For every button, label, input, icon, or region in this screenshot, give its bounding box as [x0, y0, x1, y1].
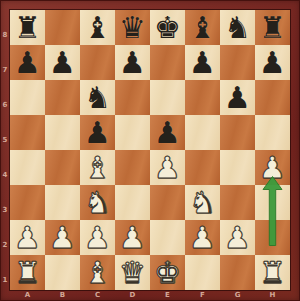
rank-label-6: 6 — [0, 100, 10, 110]
square-f5[interactable] — [185, 115, 220, 150]
square-d7[interactable]: ♟ — [115, 45, 150, 80]
square-h5[interactable] — [255, 115, 290, 150]
white-pawn-h4[interactable]: ♟ — [255, 150, 290, 185]
file-label-e: E — [150, 291, 185, 300]
square-f3[interactable]: ♞ — [185, 185, 220, 220]
square-a6[interactable] — [10, 80, 45, 115]
black-pawn-d7[interactable]: ♟ — [115, 45, 150, 80]
square-b6[interactable] — [45, 80, 80, 115]
square-e8[interactable]: ♚ — [150, 10, 185, 45]
rank-label-5: 5 — [0, 135, 10, 145]
white-bishop-c4[interactable]: ♝ — [80, 150, 115, 185]
white-bishop-c1[interactable]: ♝ — [80, 255, 115, 290]
square-g1[interactable] — [220, 255, 255, 290]
white-rook-h1[interactable]: ♜ — [255, 255, 290, 290]
rank-label-7: 7 — [0, 65, 10, 75]
black-pawn-h7[interactable]: ♟ — [255, 45, 290, 80]
square-c8[interactable]: ♝ — [80, 10, 115, 45]
black-pawn-c5[interactable]: ♟ — [80, 115, 115, 150]
square-h4[interactable]: ♟ — [255, 150, 290, 185]
black-knight-g8[interactable]: ♞ — [220, 10, 255, 45]
square-c5[interactable]: ♟ — [80, 115, 115, 150]
square-g7[interactable] — [220, 45, 255, 80]
black-queen-d8[interactable]: ♛ — [115, 10, 150, 45]
square-d1[interactable]: ♛ — [115, 255, 150, 290]
white-pawn-c2[interactable]: ♟ — [80, 220, 115, 255]
square-f1[interactable] — [185, 255, 220, 290]
square-c4[interactable]: ♝ — [80, 150, 115, 185]
black-bishop-f8[interactable]: ♝ — [185, 10, 220, 45]
rank-label-1: 1 — [0, 275, 10, 285]
square-d2[interactable]: ♟ — [115, 220, 150, 255]
black-pawn-g6[interactable]: ♟ — [220, 80, 255, 115]
square-a3[interactable] — [10, 185, 45, 220]
white-pawn-b2[interactable]: ♟ — [45, 220, 80, 255]
square-h1[interactable]: ♜ — [255, 255, 290, 290]
black-rook-h8[interactable]: ♜ — [255, 10, 290, 45]
square-g4[interactable] — [220, 150, 255, 185]
white-pawn-d2[interactable]: ♟ — [115, 220, 150, 255]
square-a7[interactable]: ♟ — [10, 45, 45, 80]
square-g8[interactable]: ♞ — [220, 10, 255, 45]
square-h6[interactable] — [255, 80, 290, 115]
file-label-h: H — [255, 291, 290, 300]
square-c1[interactable]: ♝ — [80, 255, 115, 290]
square-d3[interactable] — [115, 185, 150, 220]
black-pawn-a7[interactable]: ♟ — [10, 45, 45, 80]
square-f2[interactable]: ♟ — [185, 220, 220, 255]
black-pawn-e5[interactable]: ♟ — [150, 115, 185, 150]
square-g3[interactable] — [220, 185, 255, 220]
square-a2[interactable]: ♟ — [10, 220, 45, 255]
square-c6[interactable]: ♞ — [80, 80, 115, 115]
square-d4[interactable] — [115, 150, 150, 185]
square-h2[interactable] — [255, 220, 290, 255]
square-e2[interactable] — [150, 220, 185, 255]
black-pawn-b7[interactable]: ♟ — [45, 45, 80, 80]
square-b3[interactable] — [45, 185, 80, 220]
square-e6[interactable] — [150, 80, 185, 115]
square-e5[interactable]: ♟ — [150, 115, 185, 150]
square-e4[interactable]: ♟ — [150, 150, 185, 185]
white-pawn-f2[interactable]: ♟ — [185, 220, 220, 255]
square-e1[interactable]: ♚ — [150, 255, 185, 290]
square-c2[interactable]: ♟ — [80, 220, 115, 255]
file-label-a: A — [10, 291, 45, 300]
file-label-f: F — [185, 291, 220, 300]
black-pawn-f7[interactable]: ♟ — [185, 45, 220, 80]
square-g2[interactable]: ♟ — [220, 220, 255, 255]
file-label-g: G — [220, 291, 255, 300]
black-rook-a8[interactable]: ♜ — [10, 10, 45, 45]
square-h3[interactable] — [255, 185, 290, 220]
chess-diagram: ♜♝♛♚♝♞♜♟♟♟♟♟♞♟♟♟♝♟♟♞♞♟♟♟♟♟♟♜♝♛♚♜ 8765432… — [0, 0, 300, 301]
square-a1[interactable]: ♜ — [10, 255, 45, 290]
white-pawn-e4[interactable]: ♟ — [150, 150, 185, 185]
square-h8[interactable]: ♜ — [255, 10, 290, 45]
black-bishop-c8[interactable]: ♝ — [80, 10, 115, 45]
white-pawn-g2[interactable]: ♟ — [220, 220, 255, 255]
square-e7[interactable] — [150, 45, 185, 80]
rank-label-8: 8 — [0, 30, 10, 40]
square-f8[interactable]: ♝ — [185, 10, 220, 45]
square-d6[interactable] — [115, 80, 150, 115]
square-g6[interactable]: ♟ — [220, 80, 255, 115]
square-h7[interactable]: ♟ — [255, 45, 290, 80]
square-a5[interactable] — [10, 115, 45, 150]
black-knight-c6[interactable]: ♞ — [80, 80, 115, 115]
file-label-b: B — [45, 291, 80, 300]
square-c3[interactable]: ♞ — [80, 185, 115, 220]
square-f4[interactable] — [185, 150, 220, 185]
file-label-c: C — [80, 291, 115, 300]
square-g5[interactable] — [220, 115, 255, 150]
white-queen-d1[interactable]: ♛ — [115, 255, 150, 290]
rank-label-2: 2 — [0, 240, 10, 250]
square-b2[interactable]: ♟ — [45, 220, 80, 255]
square-f6[interactable] — [185, 80, 220, 115]
square-b4[interactable] — [45, 150, 80, 185]
white-knight-c3[interactable]: ♞ — [80, 185, 115, 220]
white-pawn-a2[interactable]: ♟ — [10, 220, 45, 255]
square-b1[interactable] — [45, 255, 80, 290]
white-king-e1[interactable]: ♚ — [150, 255, 185, 290]
square-e3[interactable] — [150, 185, 185, 220]
white-rook-a1[interactable]: ♜ — [10, 255, 45, 290]
chess-board: ♜♝♛♚♝♞♜♟♟♟♟♟♞♟♟♟♝♟♟♞♞♟♟♟♟♟♟♜♝♛♚♜ — [10, 10, 290, 290]
square-f7[interactable]: ♟ — [185, 45, 220, 80]
square-a8[interactable]: ♜ — [10, 10, 45, 45]
square-c7[interactable] — [80, 45, 115, 80]
square-b7[interactable]: ♟ — [45, 45, 80, 80]
rank-label-3: 3 — [0, 205, 10, 215]
square-b5[interactable] — [45, 115, 80, 150]
file-label-d: D — [115, 291, 150, 300]
black-king-e8[interactable]: ♚ — [150, 10, 185, 45]
rank-label-4: 4 — [0, 170, 10, 180]
square-d8[interactable]: ♛ — [115, 10, 150, 45]
square-a4[interactable] — [10, 150, 45, 185]
square-b8[interactable] — [45, 10, 80, 45]
square-d5[interactable] — [115, 115, 150, 150]
white-knight-f3[interactable]: ♞ — [185, 185, 220, 220]
